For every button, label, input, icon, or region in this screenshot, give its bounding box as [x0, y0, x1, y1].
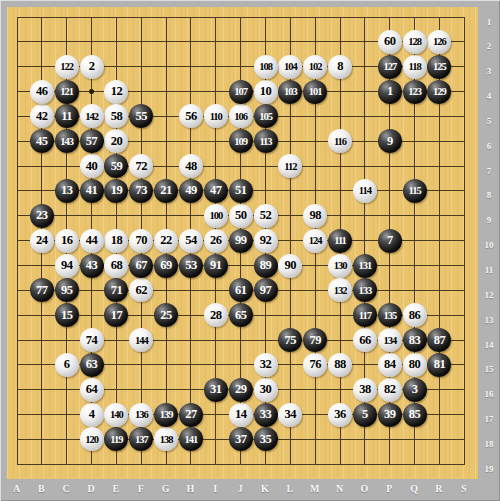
stone-black-43-D11: 43 — [80, 254, 104, 278]
move-number: 31 — [210, 382, 222, 397]
move-number: 81 — [434, 357, 446, 372]
row-label-5: 5 — [478, 116, 500, 126]
move-number: 116 — [334, 135, 346, 146]
stone-white-2-D3: 2 — [80, 55, 104, 79]
stone-black-35-K18: 35 — [254, 427, 278, 451]
stone-black-87-R14: 87 — [427, 328, 451, 352]
row-label-3: 3 — [478, 66, 500, 76]
column-label-S: S — [454, 483, 474, 494]
move-number: 121 — [60, 86, 73, 97]
stone-white-88-N15: 88 — [328, 353, 352, 377]
stone-black-111-N10: 111 — [328, 229, 352, 253]
stone-white-60-P2: 60 — [378, 30, 402, 54]
move-number: 19 — [111, 183, 123, 198]
move-number: 94 — [61, 258, 73, 273]
move-number: 18 — [111, 233, 123, 248]
move-number: 34 — [285, 407, 297, 422]
stone-black-99-J10: 99 — [229, 229, 253, 253]
stone-white-20-E6: 20 — [104, 129, 128, 153]
row-label-8: 8 — [478, 190, 500, 200]
stone-white-32-K15: 32 — [254, 353, 278, 377]
stone-black-131-O11: 131 — [353, 254, 377, 278]
stone-white-104-L3: 104 — [278, 55, 302, 79]
move-number: 90 — [285, 258, 297, 273]
move-number: 109 — [234, 135, 247, 146]
move-number: 60 — [384, 34, 396, 49]
move-number: 125 — [433, 61, 446, 72]
row-label-7: 7 — [478, 166, 500, 176]
stone-white-134-P14: 134 — [378, 328, 402, 352]
row-label-13: 13 — [478, 315, 500, 325]
stone-white-86-Q13: 86 — [403, 303, 427, 327]
column-label-C: C — [56, 483, 76, 494]
move-number: 8 — [337, 59, 343, 74]
move-number: 2 — [89, 59, 95, 74]
row-label-2: 2 — [478, 41, 500, 51]
column-label-F: F — [131, 483, 151, 494]
move-number: 98 — [309, 208, 321, 223]
move-number: 86 — [409, 307, 421, 322]
move-number: 41 — [86, 183, 98, 198]
row-label-14: 14 — [478, 340, 500, 350]
move-number: 89 — [260, 258, 272, 273]
stone-white-112-L7: 112 — [278, 154, 302, 178]
stone-white-10-K4: 10 — [254, 80, 278, 104]
move-number: 15 — [61, 307, 73, 322]
move-number: 92 — [260, 233, 272, 248]
stone-white-14-J17: 14 — [229, 403, 253, 427]
stone-black-105-K5: 105 — [254, 104, 278, 128]
stone-black-45-B6: 45 — [30, 129, 54, 153]
stone-black-27-H17: 27 — [179, 403, 203, 427]
move-number: 62 — [136, 282, 148, 297]
move-number: 26 — [210, 233, 222, 248]
move-number: 3 — [412, 382, 418, 397]
stone-black-47-I8: 47 — [204, 179, 228, 203]
stone-white-12-E4: 12 — [104, 80, 128, 104]
move-number: 79 — [309, 332, 321, 347]
move-number: 135 — [383, 309, 396, 320]
column-label-B: B — [31, 483, 51, 494]
stone-white-84-P15: 84 — [378, 353, 402, 377]
move-number: 43 — [86, 258, 98, 273]
stone-white-64-D16: 64 — [80, 378, 104, 402]
move-number: 140 — [110, 409, 123, 420]
move-number: 67 — [136, 258, 148, 273]
stone-white-66-O14: 66 — [353, 328, 377, 352]
stone-black-37-J18: 37 — [229, 427, 253, 451]
column-label-H: H — [180, 483, 200, 494]
stone-black-95-C12: 95 — [55, 278, 79, 302]
move-number: 100 — [209, 210, 222, 221]
column-label-K: K — [255, 483, 275, 494]
move-number: 49 — [185, 183, 197, 198]
move-number: 53 — [185, 258, 197, 273]
stone-white-106-J5: 106 — [229, 104, 253, 128]
stone-black-117-O13: 117 — [353, 303, 377, 327]
move-number: 46 — [36, 84, 48, 99]
stone-black-79-M14: 79 — [303, 328, 327, 352]
stone-white-136-F17: 136 — [129, 403, 153, 427]
move-number: 108 — [259, 61, 272, 72]
stone-white-128-Q2: 128 — [403, 30, 427, 54]
stone-white-82-P16: 82 — [378, 378, 402, 402]
move-number: 66 — [359, 332, 371, 347]
stone-black-143-C6: 143 — [55, 129, 79, 153]
move-number: 110 — [210, 110, 222, 121]
stone-black-101-M4: 101 — [303, 80, 327, 104]
stone-white-102-M3: 102 — [303, 55, 327, 79]
row-label-10: 10 — [478, 240, 500, 250]
move-number: 4 — [89, 407, 95, 422]
stone-black-19-E8: 19 — [104, 179, 128, 203]
move-number: 72 — [136, 158, 148, 173]
move-number: 103 — [284, 86, 297, 97]
move-number: 16 — [61, 233, 73, 248]
move-number: 138 — [160, 433, 173, 444]
stone-black-53-H11: 53 — [179, 254, 203, 278]
move-number: 40 — [86, 158, 98, 173]
move-number: 104 — [284, 61, 297, 72]
stone-black-51-J8: 51 — [229, 179, 253, 203]
move-number: 85 — [409, 407, 421, 422]
stone-black-103-L4: 103 — [278, 80, 302, 104]
stone-white-74-D14: 74 — [80, 328, 104, 352]
move-number: 12 — [111, 84, 123, 99]
move-number: 73 — [136, 183, 148, 198]
stone-black-1-P4: 1 — [378, 80, 402, 104]
stone-white-48-H7: 48 — [179, 154, 203, 178]
stone-black-3-Q16: 3 — [403, 378, 427, 402]
move-number: 74 — [86, 332, 98, 347]
move-number: 129 — [433, 86, 446, 97]
stone-white-26-I10: 26 — [204, 229, 228, 253]
move-number: 111 — [334, 235, 346, 246]
star-point — [89, 89, 94, 94]
column-label-N: N — [330, 483, 350, 494]
stone-white-138-G18: 138 — [154, 427, 178, 451]
stone-black-59-E7: 59 — [104, 154, 128, 178]
move-number: 21 — [160, 183, 172, 198]
move-number: 113 — [259, 135, 271, 146]
move-number: 30 — [260, 382, 272, 397]
move-number: 14 — [235, 407, 247, 422]
move-number: 144 — [135, 334, 148, 345]
stone-black-133-O12: 133 — [353, 278, 377, 302]
move-number: 9 — [387, 133, 393, 148]
move-number: 48 — [185, 158, 197, 173]
stone-black-15-C13: 15 — [55, 303, 79, 327]
move-number: 35 — [260, 431, 272, 446]
stone-black-21-G8: 21 — [154, 179, 178, 203]
move-number: 17 — [111, 307, 123, 322]
move-number: 22 — [160, 233, 172, 248]
stone-white-108-K3: 108 — [254, 55, 278, 79]
move-number: 83 — [409, 332, 421, 347]
stone-white-114-O8: 114 — [353, 179, 377, 203]
move-number: 122 — [60, 61, 73, 72]
stone-white-18-E10: 18 — [104, 229, 128, 253]
row-label-6: 6 — [478, 141, 500, 151]
move-number: 5 — [362, 407, 368, 422]
stone-black-125-R3: 125 — [427, 55, 451, 79]
move-number: 25 — [160, 307, 172, 322]
move-number: 105 — [259, 110, 272, 121]
stone-white-98-M9: 98 — [303, 204, 327, 228]
move-number: 27 — [185, 407, 197, 422]
stone-white-100-I9: 100 — [204, 204, 228, 228]
stone-black-13-C8: 13 — [55, 179, 79, 203]
stone-white-124-M10: 124 — [303, 229, 327, 253]
go-board[interactable]: 1234567891011121314151617181920212223242… — [7, 7, 478, 479]
stone-black-119-E18: 119 — [104, 427, 128, 451]
stone-black-89-K11: 89 — [254, 254, 278, 278]
move-number: 75 — [285, 332, 297, 347]
stone-white-8-N3: 8 — [328, 55, 352, 79]
stone-white-38-O16: 38 — [353, 378, 377, 402]
move-number: 117 — [359, 309, 371, 320]
move-number: 1 — [387, 84, 393, 99]
row-label-18: 18 — [478, 439, 500, 449]
stone-white-80-Q15: 80 — [403, 353, 427, 377]
stone-white-22-G10: 22 — [154, 229, 178, 253]
move-number: 82 — [384, 382, 396, 397]
move-number: 24 — [36, 233, 48, 248]
column-label-E: E — [106, 483, 126, 494]
stone-black-141-H18: 141 — [179, 427, 203, 451]
stone-white-4-D17: 4 — [80, 403, 104, 427]
move-number: 99 — [235, 233, 247, 248]
stone-black-11-C5: 11 — [55, 104, 79, 128]
stone-black-25-G13: 25 — [154, 303, 178, 327]
stone-black-17-E13: 17 — [104, 303, 128, 327]
move-number: 37 — [235, 431, 247, 446]
stone-black-73-F8: 73 — [129, 179, 153, 203]
stone-black-9-P6: 9 — [378, 129, 402, 153]
stone-white-118-Q3: 118 — [403, 55, 427, 79]
column-label-Q: Q — [404, 483, 424, 494]
move-number: 59 — [111, 158, 123, 173]
move-number: 112 — [284, 160, 296, 171]
stone-black-23-B9: 23 — [30, 204, 54, 228]
move-number: 64 — [86, 382, 98, 397]
stone-black-109-J6: 109 — [229, 129, 253, 153]
move-number: 130 — [334, 260, 347, 271]
move-number: 29 — [235, 382, 247, 397]
stone-black-69-G11: 69 — [154, 254, 178, 278]
move-number: 39 — [384, 407, 396, 422]
stone-white-120-D18: 120 — [80, 427, 104, 451]
stone-black-129-R4: 129 — [427, 80, 451, 104]
move-number: 28 — [210, 307, 222, 322]
move-number: 58 — [111, 108, 123, 123]
move-number: 87 — [434, 332, 446, 347]
move-number: 70 — [136, 233, 148, 248]
column-label-R: R — [429, 483, 449, 494]
stone-black-127-P3: 127 — [378, 55, 402, 79]
move-number: 128 — [408, 36, 421, 47]
move-number: 51 — [235, 183, 247, 198]
stone-black-135-P13: 135 — [378, 303, 402, 327]
stone-white-122-C3: 122 — [55, 55, 79, 79]
stone-white-58-E5: 58 — [104, 104, 128, 128]
move-number: 36 — [334, 407, 346, 422]
row-label-19: 19 — [478, 464, 500, 474]
move-number: 33 — [260, 407, 272, 422]
column-label-J: J — [230, 483, 250, 494]
column-label-I: I — [205, 483, 225, 494]
stone-white-52-K9: 52 — [254, 204, 278, 228]
stone-black-39-P17: 39 — [378, 403, 402, 427]
move-number: 71 — [111, 282, 123, 297]
move-number: 136 — [135, 409, 148, 420]
move-number: 123 — [408, 86, 421, 97]
stone-white-46-B4: 46 — [30, 80, 54, 104]
stone-white-36-N17: 36 — [328, 403, 352, 427]
stone-white-132-N12: 132 — [328, 278, 352, 302]
move-number: 114 — [359, 185, 371, 196]
move-number: 88 — [334, 357, 346, 372]
grid-hline — [17, 464, 465, 465]
stone-white-140-E17: 140 — [104, 403, 128, 427]
move-number: 77 — [36, 282, 48, 297]
move-number: 69 — [160, 258, 172, 273]
move-number: 10 — [260, 84, 272, 99]
column-label-G: G — [156, 483, 176, 494]
move-number: 6 — [64, 357, 70, 372]
stone-white-126-R2: 126 — [427, 30, 451, 54]
stone-black-85-Q17: 85 — [403, 403, 427, 427]
move-number: 139 — [160, 409, 173, 420]
move-number: 141 — [185, 433, 198, 444]
move-number: 20 — [111, 133, 123, 148]
stone-black-29-J16: 29 — [229, 378, 253, 402]
row-label-17: 17 — [478, 414, 500, 424]
stone-white-110-I5: 110 — [204, 104, 228, 128]
column-label-M: M — [305, 483, 325, 494]
move-number: 23 — [36, 208, 48, 223]
move-number: 76 — [309, 357, 321, 372]
move-number: 137 — [135, 433, 148, 444]
stone-white-92-K10: 92 — [254, 229, 278, 253]
stone-white-50-J9: 50 — [229, 204, 253, 228]
stone-white-16-C10: 16 — [55, 229, 79, 253]
stone-white-142-D5: 142 — [80, 104, 104, 128]
move-number: 115 — [409, 185, 421, 196]
move-number: 65 — [235, 307, 247, 322]
stone-white-130-N11: 130 — [328, 254, 352, 278]
stone-black-49-H8: 49 — [179, 179, 203, 203]
row-label-11: 11 — [478, 265, 500, 275]
stone-white-30-K16: 30 — [254, 378, 278, 402]
move-number: 52 — [260, 208, 272, 223]
stone-black-61-J12: 61 — [229, 278, 253, 302]
stone-white-54-H10: 54 — [179, 229, 203, 253]
stone-white-116-N6: 116 — [328, 129, 352, 153]
stone-black-91-I11: 91 — [204, 254, 228, 278]
move-number: 50 — [235, 208, 247, 223]
move-number: 126 — [433, 36, 446, 47]
stone-white-62-F12: 62 — [129, 278, 153, 302]
move-number: 68 — [111, 258, 123, 273]
stone-black-55-F5: 55 — [129, 104, 153, 128]
move-number: 38 — [359, 382, 371, 397]
move-number: 55 — [136, 108, 148, 123]
stone-black-139-G17: 139 — [154, 403, 178, 427]
grid-vline — [464, 17, 465, 465]
stone-white-44-D10: 44 — [80, 229, 104, 253]
stone-black-63-D15: 63 — [80, 353, 104, 377]
stone-black-57-D6: 57 — [80, 129, 104, 153]
move-number: 44 — [86, 233, 98, 248]
move-number: 102 — [309, 61, 322, 72]
move-number: 119 — [110, 433, 122, 444]
stone-black-83-Q14: 83 — [403, 328, 427, 352]
row-label-4: 4 — [478, 91, 500, 101]
column-label-D: D — [81, 483, 101, 494]
stone-black-7-P10: 7 — [378, 229, 402, 253]
move-number: 47 — [210, 183, 222, 198]
stone-black-41-D8: 41 — [80, 179, 104, 203]
stone-white-40-D7: 40 — [80, 154, 104, 178]
move-number: 97 — [260, 282, 272, 297]
stone-white-90-L11: 90 — [278, 254, 302, 278]
row-label-1: 1 — [478, 17, 500, 27]
row-label-16: 16 — [478, 389, 500, 399]
stone-black-97-K12: 97 — [254, 278, 278, 302]
move-number: 131 — [359, 260, 372, 271]
stone-white-144-F14: 144 — [129, 328, 153, 352]
move-number: 95 — [61, 282, 73, 297]
stone-white-42-B5: 42 — [30, 104, 54, 128]
stone-white-70-F10: 70 — [129, 229, 153, 253]
move-number: 134 — [383, 334, 396, 345]
move-number: 54 — [185, 233, 197, 248]
column-label-P: P — [379, 483, 399, 494]
move-number: 132 — [334, 284, 347, 295]
move-number: 42 — [36, 108, 48, 123]
stone-white-56-H5: 56 — [179, 104, 203, 128]
stone-black-67-F11: 67 — [129, 254, 153, 278]
move-number: 133 — [359, 284, 372, 295]
move-number: 120 — [85, 433, 98, 444]
move-number: 80 — [409, 357, 421, 372]
stone-black-113-K6: 113 — [254, 129, 278, 153]
move-number: 142 — [85, 110, 98, 121]
stone-black-77-B12: 77 — [30, 278, 54, 302]
move-number: 56 — [185, 108, 197, 123]
stone-white-34-L17: 34 — [278, 403, 302, 427]
move-number: 118 — [409, 61, 421, 72]
column-label-L: L — [280, 483, 300, 494]
move-number: 84 — [384, 357, 396, 372]
move-number: 101 — [309, 86, 322, 97]
stone-black-75-L14: 75 — [278, 328, 302, 352]
move-number: 91 — [210, 258, 222, 273]
stone-black-33-K17: 33 — [254, 403, 278, 427]
column-label-A: A — [7, 483, 27, 494]
move-number: 13 — [61, 183, 73, 198]
move-number: 106 — [234, 110, 247, 121]
stone-white-68-E11: 68 — [104, 254, 128, 278]
stone-black-137-F18: 137 — [129, 427, 153, 451]
stone-white-76-M15: 76 — [303, 353, 327, 377]
move-number: 61 — [235, 282, 247, 297]
stone-white-6-C15: 6 — [55, 353, 79, 377]
stone-black-123-Q4: 123 — [403, 80, 427, 104]
stone-black-65-J13: 65 — [229, 303, 253, 327]
stone-black-121-C4: 121 — [55, 80, 79, 104]
